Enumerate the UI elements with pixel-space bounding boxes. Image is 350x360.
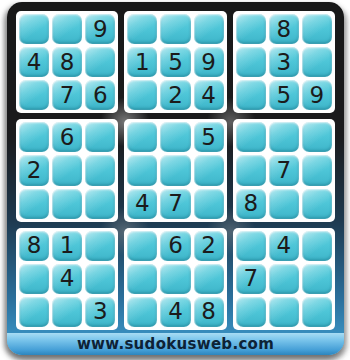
cell-r8c7[interactable]: 7 [236, 264, 266, 294]
cell-r3c7[interactable] [236, 80, 266, 110]
cell-r4c9[interactable] [302, 122, 332, 152]
cell-r1c4[interactable] [127, 14, 157, 44]
cell-r7c1[interactable]: 8 [19, 231, 49, 261]
cell-r5c5[interactable] [160, 155, 190, 185]
cell-r6c8[interactable] [269, 189, 299, 219]
cell-r3c2[interactable]: 7 [52, 80, 82, 110]
cell-r2c3[interactable] [85, 47, 115, 77]
cell-r6c9[interactable] [302, 189, 332, 219]
cell-r3c1[interactable] [19, 80, 49, 110]
cell-r4c2[interactable]: 6 [52, 122, 82, 152]
cell-r5c9[interactable] [302, 155, 332, 185]
cell-r3c6[interactable]: 4 [194, 80, 224, 110]
cell-r2c4[interactable]: 1 [127, 47, 157, 77]
cell-r5c3[interactable] [85, 155, 115, 185]
cell-r4c3[interactable] [85, 122, 115, 152]
cell-r1c9[interactable] [302, 14, 332, 44]
cell-r8c6[interactable] [194, 264, 224, 294]
cell-r7c2[interactable]: 1 [52, 231, 82, 261]
cell-r4c6[interactable]: 5 [194, 122, 224, 152]
cell-r4c5[interactable] [160, 122, 190, 152]
cell-r9c8[interactable] [269, 297, 299, 327]
cell-r2c5[interactable]: 5 [160, 47, 190, 77]
cell-r7c5[interactable]: 6 [160, 231, 190, 261]
cell-r1c8[interactable]: 8 [269, 14, 299, 44]
cell-r2c1[interactable]: 4 [19, 47, 49, 77]
block-3-1: 8143 [16, 228, 118, 330]
block-1-1: 94876 [16, 11, 118, 113]
cell-r9c2[interactable] [52, 297, 82, 327]
cell-r2c8[interactable]: 3 [269, 47, 299, 77]
cell-r1c3[interactable]: 9 [85, 14, 115, 44]
cell-r5c6[interactable] [194, 155, 224, 185]
block-1-3: 8359 [233, 11, 335, 113]
cell-r8c3[interactable] [85, 264, 115, 294]
cell-r6c3[interactable] [85, 189, 115, 219]
cell-r3c9[interactable]: 9 [302, 80, 332, 110]
footer-bar: www.sudokusweb.com [7, 333, 344, 355]
cell-r9c7[interactable] [236, 297, 266, 327]
cell-r4c4[interactable] [127, 122, 157, 152]
cell-r8c9[interactable] [302, 264, 332, 294]
cell-r6c2[interactable] [52, 189, 82, 219]
cell-r7c3[interactable] [85, 231, 115, 261]
cell-r1c5[interactable] [160, 14, 190, 44]
block-2-3: 78 [233, 119, 335, 221]
cell-r2c7[interactable] [236, 47, 266, 77]
cell-r2c9[interactable] [302, 47, 332, 77]
block-3-2: 6248 [124, 228, 226, 330]
block-2-1: 62 [16, 119, 118, 221]
cell-r4c1[interactable] [19, 122, 49, 152]
cell-r6c6[interactable] [194, 189, 224, 219]
cell-r8c1[interactable] [19, 264, 49, 294]
cell-r7c9[interactable] [302, 231, 332, 261]
cell-r6c7[interactable]: 8 [236, 189, 266, 219]
cell-r5c8[interactable]: 7 [269, 155, 299, 185]
cell-r8c2[interactable]: 4 [52, 264, 82, 294]
website-url: www.sudokusweb.com [77, 335, 274, 353]
cell-r6c4[interactable]: 4 [127, 189, 157, 219]
cell-r3c3[interactable]: 6 [85, 80, 115, 110]
cell-r5c7[interactable] [236, 155, 266, 185]
cell-r7c6[interactable]: 2 [194, 231, 224, 261]
cell-r7c8[interactable]: 4 [269, 231, 299, 261]
cell-r2c2[interactable]: 8 [52, 47, 82, 77]
cell-r9c1[interactable] [19, 297, 49, 327]
cell-r1c2[interactable] [52, 14, 82, 44]
cell-r4c7[interactable] [236, 122, 266, 152]
cell-r8c4[interactable] [127, 264, 157, 294]
cell-r3c5[interactable]: 2 [160, 80, 190, 110]
cell-r9c4[interactable] [127, 297, 157, 327]
cell-r7c4[interactable] [127, 231, 157, 261]
cell-r9c6[interactable]: 8 [194, 297, 224, 327]
block-2-2: 547 [124, 119, 226, 221]
cell-r6c1[interactable] [19, 189, 49, 219]
cell-r1c1[interactable] [19, 14, 49, 44]
block-1-2: 15924 [124, 11, 226, 113]
cell-r2c6[interactable]: 9 [194, 47, 224, 77]
cell-r8c5[interactable] [160, 264, 190, 294]
cell-r1c7[interactable] [236, 14, 266, 44]
cell-r7c7[interactable] [236, 231, 266, 261]
cell-r5c4[interactable] [127, 155, 157, 185]
sudoku-board: 9487615924835962547788143624847 [16, 11, 335, 330]
cell-r4c8[interactable] [269, 122, 299, 152]
cell-r6c5[interactable]: 7 [160, 189, 190, 219]
block-3-3: 47 [233, 228, 335, 330]
cell-r8c8[interactable] [269, 264, 299, 294]
cell-r5c2[interactable] [52, 155, 82, 185]
cell-r9c9[interactable] [302, 297, 332, 327]
cell-r5c1[interactable]: 2 [19, 155, 49, 185]
board-frame: 9487615924835962547788143624847 www.sudo… [7, 2, 344, 355]
cell-r3c4[interactable] [127, 80, 157, 110]
cell-r9c3[interactable]: 3 [85, 297, 115, 327]
cell-r9c5[interactable]: 4 [160, 297, 190, 327]
cell-r1c6[interactable] [194, 14, 224, 44]
cell-r3c8[interactable]: 5 [269, 80, 299, 110]
